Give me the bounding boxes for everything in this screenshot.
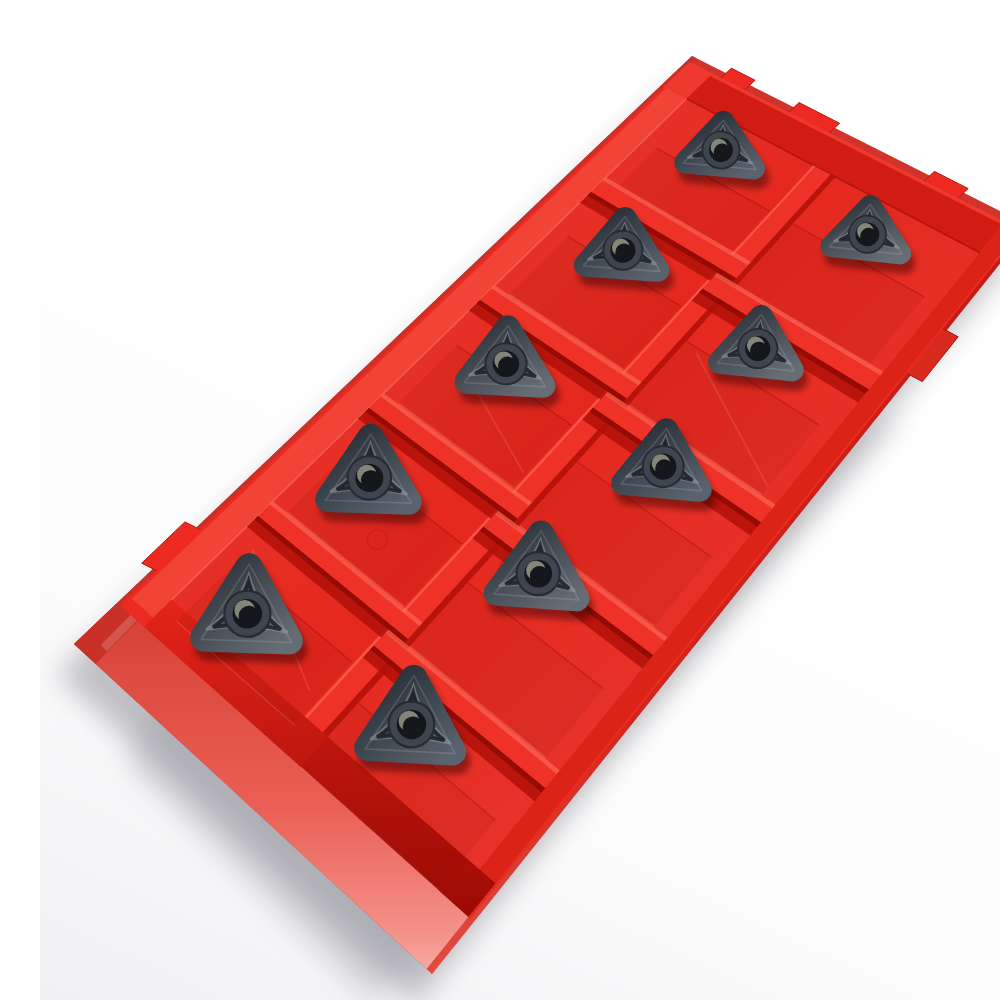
scene-svg xyxy=(40,16,1000,1000)
product-photo: Overhead photo of an open red plastic st… xyxy=(40,16,1000,1000)
